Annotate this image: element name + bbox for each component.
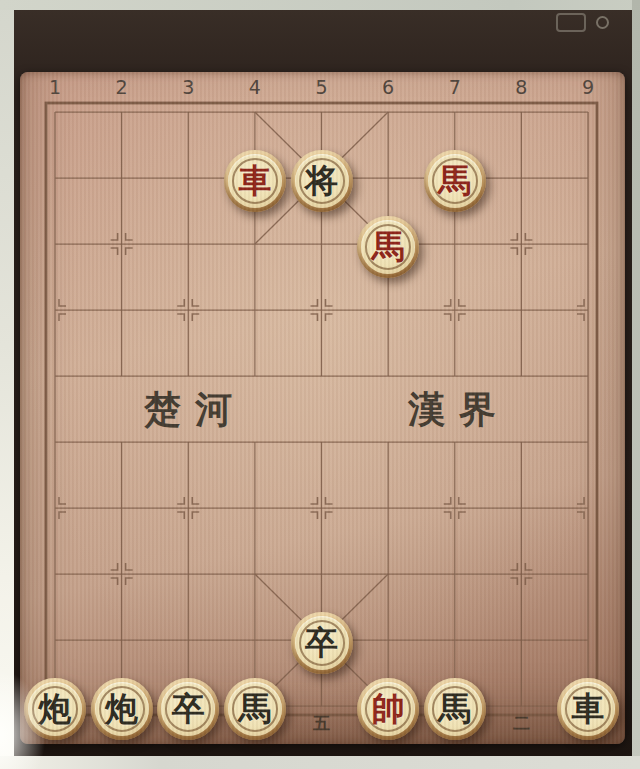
river-label-left: 楚河 bbox=[143, 387, 246, 431]
file-label-bottom: 二 bbox=[513, 712, 530, 735]
piece-black-general[interactable]: 将 bbox=[291, 150, 353, 212]
photo-edge-right bbox=[632, 0, 640, 769]
piece-glyph: 卒 bbox=[157, 678, 219, 740]
piece-glyph: 馬 bbox=[357, 216, 419, 278]
status-bar bbox=[13, 9, 633, 72]
piece-black-cannon[interactable]: 炮 bbox=[91, 678, 153, 740]
piece-glyph: 車 bbox=[224, 150, 286, 212]
piece-black-soldier[interactable]: 卒 bbox=[291, 612, 353, 674]
piece-black-horse[interactable]: 馬 bbox=[424, 678, 486, 740]
photo-edge-top bbox=[0, 0, 640, 10]
piece-red-general[interactable]: 帥 bbox=[357, 678, 419, 740]
piece-glyph: 馬 bbox=[424, 678, 486, 740]
piece-red-horse[interactable]: 馬 bbox=[424, 150, 486, 212]
photo-edge-left bbox=[0, 0, 14, 769]
piece-red-chariot[interactable]: 車 bbox=[224, 150, 286, 212]
piece-glyph: 車 bbox=[557, 678, 619, 740]
piece-glyph: 馬 bbox=[224, 678, 286, 740]
piece-black-horse[interactable]: 馬 bbox=[224, 678, 286, 740]
piece-black-chariot[interactable]: 車 bbox=[557, 678, 619, 740]
piece-glyph: 帥 bbox=[357, 678, 419, 740]
photo-edge-bottom bbox=[0, 756, 640, 769]
board[interactable]: 123456789 楚河 漢界 五二 車将馬馬卒炮炮卒馬帥馬車 bbox=[20, 72, 625, 744]
river-label-right: 漢界 bbox=[407, 387, 510, 431]
file-label-bottom: 五 bbox=[313, 712, 330, 735]
piece-black-soldier[interactable]: 卒 bbox=[157, 678, 219, 740]
piece-glyph: 卒 bbox=[291, 612, 353, 674]
piece-glyph: 馬 bbox=[424, 150, 486, 212]
piece-red-horse[interactable]: 馬 bbox=[357, 216, 419, 278]
dot-icon bbox=[596, 16, 609, 29]
rounded-square-icon bbox=[556, 13, 586, 32]
light-leak bbox=[0, 669, 46, 769]
piece-glyph: 将 bbox=[291, 150, 353, 212]
piece-glyph: 炮 bbox=[91, 678, 153, 740]
photo-background: 123456789 楚河 漢界 五二 車将馬馬卒炮炮卒馬帥馬車 bbox=[0, 0, 640, 769]
